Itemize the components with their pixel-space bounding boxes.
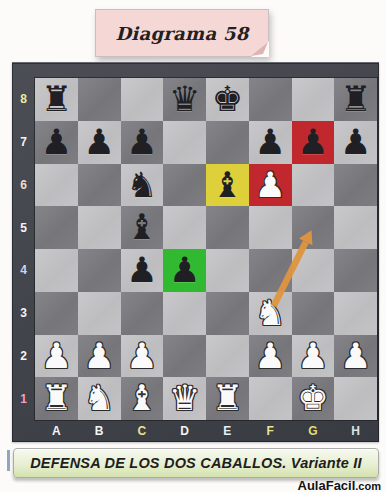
square-a6 bbox=[35, 164, 78, 207]
rank-label-4: 4 bbox=[12, 249, 35, 292]
square-d3 bbox=[163, 292, 206, 335]
square-g7: ♟ bbox=[292, 121, 335, 164]
square-f6: ♟ bbox=[249, 164, 292, 207]
file-label-c: C bbox=[121, 420, 164, 442]
square-d6 bbox=[163, 164, 206, 207]
brand-tld: .com bbox=[355, 480, 381, 492]
square-b8 bbox=[78, 78, 121, 121]
piece-white-pawn-b2: ♟ bbox=[83, 335, 114, 378]
square-b4 bbox=[78, 249, 121, 292]
square-b1: ♞ bbox=[78, 377, 121, 420]
piece-black-pawn-h7: ♟ bbox=[340, 121, 371, 164]
square-g1: ♚ bbox=[292, 377, 335, 420]
piece-white-rook-a1: ♜ bbox=[41, 377, 72, 420]
square-e3 bbox=[206, 292, 249, 335]
square-b6 bbox=[78, 164, 121, 207]
piece-white-pawn-a2: ♟ bbox=[41, 335, 72, 378]
square-d2 bbox=[163, 335, 206, 378]
square-b7: ♟ bbox=[78, 121, 121, 164]
square-b3 bbox=[78, 292, 121, 335]
piece-black-pawn-f7: ♟ bbox=[254, 121, 285, 164]
square-g4 bbox=[292, 249, 335, 292]
square-d8: ♛ bbox=[163, 78, 206, 121]
piece-white-knight-b1: ♞ bbox=[83, 377, 114, 420]
square-f4 bbox=[249, 249, 292, 292]
piece-black-pawn-a7: ♟ bbox=[41, 121, 72, 164]
square-f7: ♟ bbox=[249, 121, 292, 164]
square-h6 bbox=[334, 164, 377, 207]
file-label-b: B bbox=[78, 420, 121, 442]
rank-coordinates: 87654321 bbox=[12, 78, 35, 420]
rank-label-5: 5 bbox=[12, 206, 35, 249]
square-a4 bbox=[35, 249, 78, 292]
piece-white-pawn-f2: ♟ bbox=[254, 335, 285, 378]
square-e2 bbox=[206, 335, 249, 378]
piece-white-pawn-c2: ♟ bbox=[126, 335, 157, 378]
board-squares: ♜♛♚♜♟♟♟♟♟♟♞♝♟♝♟♟♞♟♟♟♟♟♟♜♞♝♛♜♚ bbox=[35, 78, 377, 420]
note-folded-corner-icon bbox=[251, 41, 269, 57]
square-g2: ♟ bbox=[292, 335, 335, 378]
piece-black-pawn-c4: ♟ bbox=[126, 249, 157, 292]
file-label-h: H bbox=[334, 420, 377, 442]
square-b2: ♟ bbox=[78, 335, 121, 378]
square-c1: ♝ bbox=[121, 377, 164, 420]
square-e6: ♝ bbox=[206, 164, 249, 207]
piece-black-knight-c6: ♞ bbox=[126, 164, 157, 207]
square-e8: ♚ bbox=[206, 78, 249, 121]
piece-black-queen-d8: ♛ bbox=[169, 78, 200, 121]
square-c3 bbox=[121, 292, 164, 335]
rank-label-7: 7 bbox=[12, 121, 35, 164]
file-label-d: D bbox=[163, 420, 206, 442]
square-a1: ♜ bbox=[35, 377, 78, 420]
rank-label-8: 8 bbox=[12, 78, 35, 121]
square-f5 bbox=[249, 206, 292, 249]
square-f8 bbox=[249, 78, 292, 121]
rank-label-2: 2 bbox=[12, 335, 35, 378]
piece-black-pawn-b7: ♟ bbox=[83, 121, 114, 164]
square-d4: ♟ bbox=[163, 249, 206, 292]
piece-black-bishop-e6: ♝ bbox=[212, 164, 243, 207]
square-f2: ♟ bbox=[249, 335, 292, 378]
piece-black-pawn-c7: ♟ bbox=[126, 121, 157, 164]
square-a3 bbox=[35, 292, 78, 335]
diagram-title: Diagrama 58 bbox=[115, 23, 248, 44]
rank-label-1: 1 bbox=[12, 377, 35, 420]
square-h4 bbox=[334, 249, 377, 292]
piece-white-bishop-c1: ♝ bbox=[126, 377, 157, 420]
piece-white-queen-d1: ♛ bbox=[169, 377, 200, 420]
square-a2: ♟ bbox=[35, 335, 78, 378]
square-g3 bbox=[292, 292, 335, 335]
square-c5: ♝ bbox=[121, 206, 164, 249]
square-c4: ♟ bbox=[121, 249, 164, 292]
rank-label-3: 3 bbox=[12, 292, 35, 335]
left-tick-decoration bbox=[7, 450, 10, 471]
site-brand: AulaFacil.com bbox=[298, 476, 381, 492]
square-h5 bbox=[334, 206, 377, 249]
opening-name-label: DEFENSA DE LOS DOS CABALLOS. Variante II bbox=[30, 455, 362, 471]
piece-white-knight-f3: ♞ bbox=[254, 292, 285, 335]
rank-label-6: 6 bbox=[12, 164, 35, 207]
piece-black-pawn-d4: ♟ bbox=[169, 249, 200, 292]
file-label-g: G bbox=[292, 420, 335, 442]
file-label-a: A bbox=[35, 420, 78, 442]
square-b5 bbox=[78, 206, 121, 249]
square-h8: ♜ bbox=[334, 78, 377, 121]
square-c8 bbox=[121, 78, 164, 121]
square-f3: ♞ bbox=[249, 292, 292, 335]
square-d1: ♛ bbox=[163, 377, 206, 420]
square-h1 bbox=[334, 377, 377, 420]
chess-board: 87654321 ♜♛♚♜♟♟♟♟♟♟♞♝♟♝♟♟♞♟♟♟♟♟♟♜♞♝♛♜♚ A… bbox=[12, 62, 379, 442]
square-c2: ♟ bbox=[121, 335, 164, 378]
piece-black-bishop-c5: ♝ bbox=[126, 206, 157, 249]
square-a7: ♟ bbox=[35, 121, 78, 164]
square-e5 bbox=[206, 206, 249, 249]
file-label-e: E bbox=[206, 420, 249, 442]
piece-black-king-e8: ♚ bbox=[212, 78, 243, 121]
piece-black-rook-h8: ♜ bbox=[340, 78, 371, 121]
square-h3 bbox=[334, 292, 377, 335]
piece-white-rook-e1: ♜ bbox=[212, 377, 243, 420]
square-d5 bbox=[163, 206, 206, 249]
piece-white-pawn-f6: ♟ bbox=[254, 164, 285, 207]
square-g5 bbox=[292, 206, 335, 249]
square-c6: ♞ bbox=[121, 164, 164, 207]
square-h7: ♟ bbox=[334, 121, 377, 164]
file-label-f: F bbox=[249, 420, 292, 442]
square-g6 bbox=[292, 164, 335, 207]
piece-black-rook-a8: ♜ bbox=[41, 78, 72, 121]
piece-white-king-g1: ♚ bbox=[297, 377, 328, 420]
piece-black-pawn-g7: ♟ bbox=[297, 121, 328, 164]
piece-white-pawn-h2: ♟ bbox=[340, 335, 371, 378]
caption-bar: DEFENSA DE LOS DOS CABALLOS. Variante II bbox=[13, 448, 379, 478]
square-e7 bbox=[206, 121, 249, 164]
square-f1 bbox=[249, 377, 292, 420]
square-e4 bbox=[206, 249, 249, 292]
brand-name: AulaFacil bbox=[298, 478, 356, 492]
square-a5 bbox=[35, 206, 78, 249]
square-g8 bbox=[292, 78, 335, 121]
square-h2: ♟ bbox=[334, 335, 377, 378]
square-d7 bbox=[163, 121, 206, 164]
piece-white-pawn-g2: ♟ bbox=[297, 335, 328, 378]
diagram-note: Diagrama 58 bbox=[95, 9, 269, 57]
square-a8: ♜ bbox=[35, 78, 78, 121]
square-c7: ♟ bbox=[121, 121, 164, 164]
square-e1: ♜ bbox=[206, 377, 249, 420]
file-coordinates: ABCDEFGH bbox=[35, 420, 377, 442]
